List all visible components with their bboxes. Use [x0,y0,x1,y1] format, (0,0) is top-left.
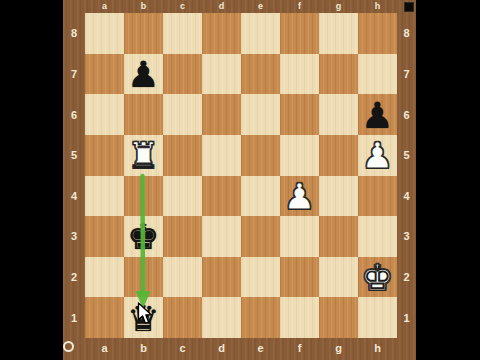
square-b3[interactable]: ♚ [124,216,163,257]
rank-label-1: 1 [397,297,416,338]
square-h5[interactable]: ♟ [358,135,397,176]
piece-black-pawn-h6[interactable]: ♟ [361,98,393,134]
square-c8[interactable] [163,13,202,54]
file-labels-bottom: abcdefgh [85,338,397,360]
rank-label-2: 2 [63,257,85,298]
piece-black-queen-b1[interactable]: ♛ [127,301,159,337]
black-to-move-indicator [404,2,414,12]
square-d2[interactable] [202,257,241,298]
square-f2[interactable] [280,257,319,298]
rank-label-5: 5 [397,135,416,176]
piece-white-king-h2[interactable]: ♚ [361,260,393,296]
square-g6[interactable] [319,94,358,135]
piece-white-pawn-h5[interactable]: ♟ [361,138,393,174]
square-d4[interactable] [202,176,241,217]
square-h8[interactable] [358,13,397,54]
square-d8[interactable] [202,13,241,54]
square-b8[interactable] [124,13,163,54]
square-a6[interactable] [85,94,124,135]
rank-label-6: 6 [397,94,416,135]
file-label-e: e [241,338,280,360]
square-a3[interactable] [85,216,124,257]
square-f5[interactable] [280,135,319,176]
piece-white-pawn-f4[interactable]: ♟ [283,179,315,215]
file-label-f: f [280,338,319,360]
square-d3[interactable] [202,216,241,257]
square-c2[interactable] [163,257,202,298]
square-e2[interactable] [241,257,280,298]
square-a5[interactable] [85,135,124,176]
square-e7[interactable] [241,54,280,95]
square-g1[interactable] [319,297,358,338]
white-circle-indicator [63,341,74,352]
square-e3[interactable] [241,216,280,257]
square-b6[interactable] [124,94,163,135]
square-f7[interactable] [280,54,319,95]
file-label-b: b [124,338,163,360]
rank-label-5: 5 [63,135,85,176]
square-g8[interactable] [319,13,358,54]
chess-board: abcdefgh abcdefgh 87654321 87654321 ♟♟♜♟… [63,0,416,360]
rank-labels-right: 87654321 [397,13,416,338]
piece-white-rook-b5[interactable]: ♜ [127,138,159,174]
square-g3[interactable] [319,216,358,257]
square-d1[interactable] [202,297,241,338]
square-a7[interactable] [85,54,124,95]
square-f8[interactable] [280,13,319,54]
rank-label-8: 8 [63,13,85,54]
square-d7[interactable] [202,54,241,95]
square-d6[interactable] [202,94,241,135]
square-d5[interactable] [202,135,241,176]
square-c4[interactable] [163,176,202,217]
rank-label-4: 4 [63,176,85,217]
piece-black-king-b3[interactable]: ♚ [127,219,159,255]
rank-label-3: 3 [63,216,85,257]
file-labels-top: abcdefgh [85,0,397,13]
square-b4[interactable] [124,176,163,217]
rank-label-7: 7 [397,54,416,95]
rank-label-4: 4 [397,176,416,217]
rank-label-6: 6 [63,94,85,135]
square-h7[interactable] [358,54,397,95]
square-a1[interactable] [85,297,124,338]
video-frame: abcdefgh abcdefgh 87654321 87654321 ♟♟♜♟… [0,0,480,360]
square-a4[interactable] [85,176,124,217]
rank-label-3: 3 [397,216,416,257]
file-label-d: d [202,338,241,360]
rank-labels-left: 87654321 [63,13,85,338]
square-a2[interactable] [85,257,124,298]
square-h2[interactable]: ♚ [358,257,397,298]
square-b7[interactable]: ♟ [124,54,163,95]
square-f4[interactable]: ♟ [280,176,319,217]
square-c1[interactable] [163,297,202,338]
square-h3[interactable] [358,216,397,257]
rank-label-7: 7 [63,54,85,95]
square-c7[interactable] [163,54,202,95]
square-b5[interactable]: ♜ [124,135,163,176]
square-h1[interactable] [358,297,397,338]
square-c3[interactable] [163,216,202,257]
square-f6[interactable] [280,94,319,135]
square-g7[interactable] [319,54,358,95]
square-e4[interactable] [241,176,280,217]
square-f1[interactable] [280,297,319,338]
file-label-f: f [280,0,319,13]
square-c6[interactable] [163,94,202,135]
square-g2[interactable] [319,257,358,298]
file-label-e: e [241,0,280,13]
file-label-c: c [163,0,202,13]
square-g4[interactable] [319,176,358,217]
file-label-a: a [85,0,124,13]
square-h6[interactable]: ♟ [358,94,397,135]
file-label-b: b [124,0,163,13]
square-a8[interactable] [85,13,124,54]
rank-label-2: 2 [397,257,416,298]
square-e6[interactable] [241,94,280,135]
square-e5[interactable] [241,135,280,176]
file-label-c: c [163,338,202,360]
file-label-h: h [358,0,397,13]
file-label-g: g [319,0,358,13]
file-label-h: h [358,338,397,360]
board-squares: ♟♟♜♟♟♚♚♛ [85,13,397,338]
rank-label-1: 1 [63,297,85,338]
file-label-d: d [202,0,241,13]
square-g5[interactable] [319,135,358,176]
piece-black-pawn-b7[interactable]: ♟ [127,57,159,93]
square-c5[interactable] [163,135,202,176]
square-f3[interactable] [280,216,319,257]
square-h4[interactable] [358,176,397,217]
file-label-g: g [319,338,358,360]
square-b1[interactable]: ♛ [124,297,163,338]
square-b2[interactable] [124,257,163,298]
rank-label-8: 8 [397,13,416,54]
file-label-a: a [85,338,124,360]
square-e8[interactable] [241,13,280,54]
square-e1[interactable] [241,297,280,338]
